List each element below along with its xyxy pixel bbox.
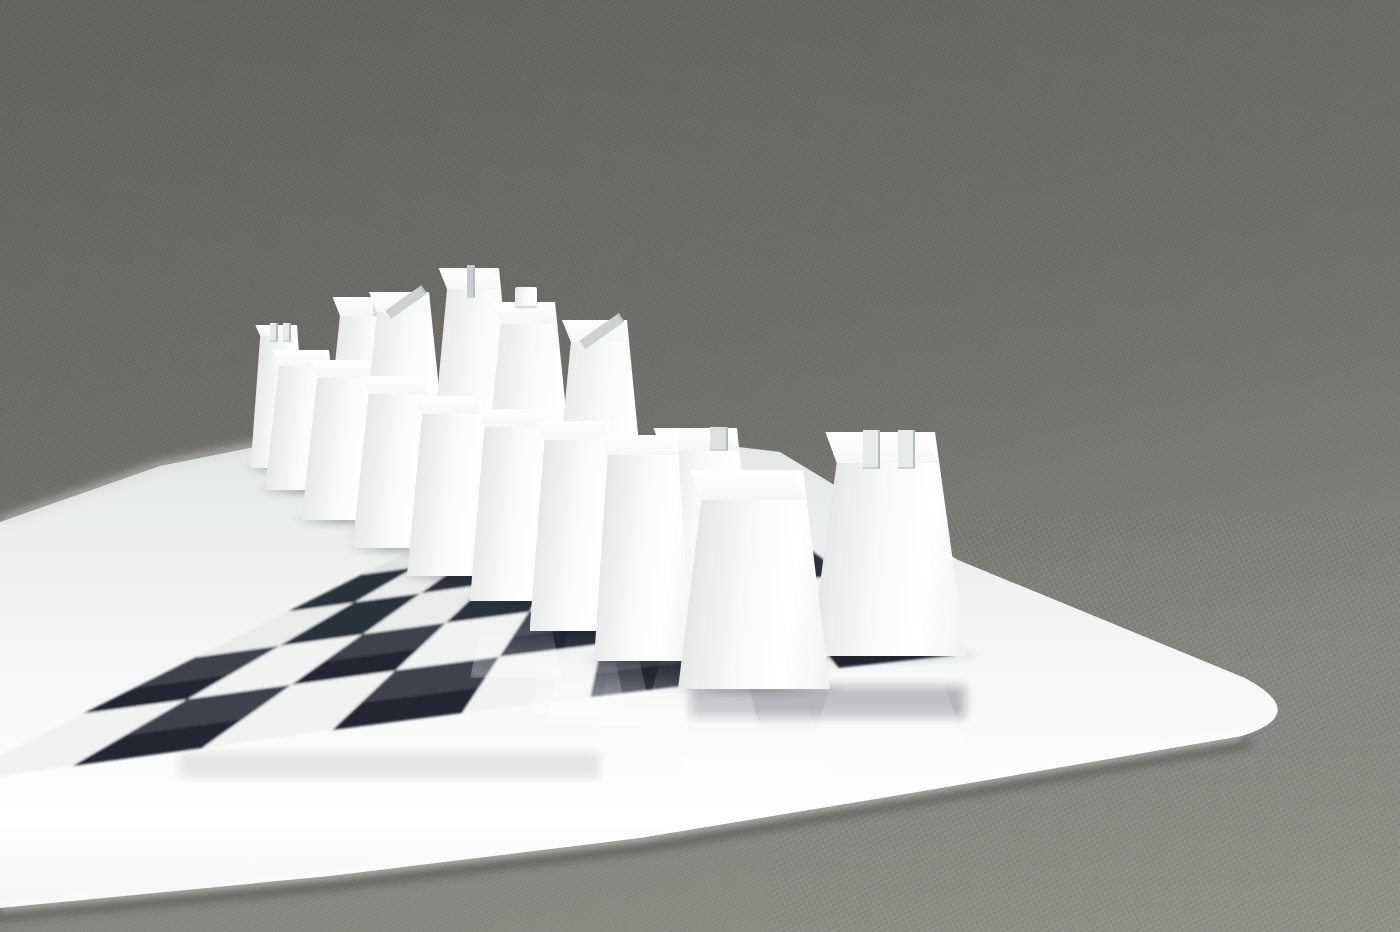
king-cube-finial <box>515 287 537 306</box>
piece-cut-rook <box>863 430 880 469</box>
piece-cut-knight <box>710 427 727 451</box>
piece-body <box>678 470 830 689</box>
chess-set-photo <box>0 0 1400 932</box>
piece-top-face <box>251 325 308 336</box>
pieces-layer <box>0 0 1400 932</box>
piece-h1-white-rook[interactable] <box>810 432 966 656</box>
piece-body <box>810 432 966 656</box>
piece-top-face <box>810 432 966 463</box>
piece-cut-rook <box>283 323 291 342</box>
piece-reflection <box>810 656 966 746</box>
piece-cut-rook <box>270 323 278 342</box>
piece-top-face <box>678 470 830 500</box>
piece-h2-white-pawn[interactable] <box>678 470 830 689</box>
piece-cut-queen <box>467 265 475 298</box>
piece-cut-rook <box>898 430 915 469</box>
